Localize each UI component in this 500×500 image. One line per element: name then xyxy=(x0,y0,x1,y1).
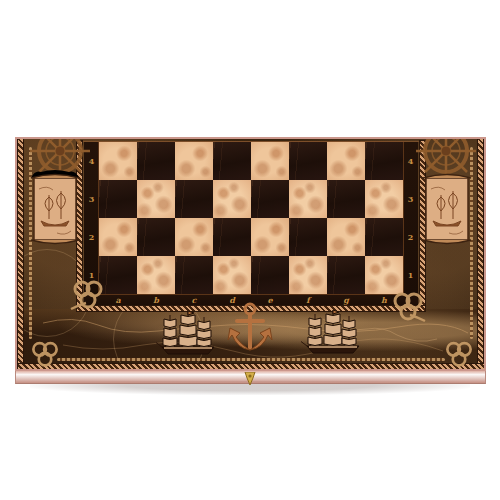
square-a3 xyxy=(99,180,137,218)
square-d3 xyxy=(213,180,251,218)
rope-knot-icon xyxy=(389,287,427,325)
tall-ship-icon xyxy=(301,306,365,356)
scroll-with-ship-icon xyxy=(421,169,473,249)
product-photo-scene: 4 3 2 1 4 3 2 1 a b c d e f g h xyxy=(0,0,500,500)
square-g1 xyxy=(327,256,365,294)
rope-knot-icon xyxy=(69,275,107,313)
edge-braid-bottom xyxy=(18,364,484,369)
square-h3 xyxy=(365,180,403,218)
square-a4 xyxy=(99,142,137,180)
square-g3 xyxy=(327,180,365,218)
square-d1 xyxy=(213,256,251,294)
brass-clasp-icon xyxy=(242,372,258,385)
anchor-icon xyxy=(227,302,273,362)
square-c2 xyxy=(175,218,213,256)
rope-knot-icon xyxy=(27,335,63,369)
square-h2 xyxy=(365,218,403,256)
square-d4 xyxy=(213,142,251,180)
rank-label: 2 xyxy=(403,218,418,256)
square-e1 xyxy=(251,256,289,294)
square-e2 xyxy=(251,218,289,256)
square-c1 xyxy=(175,256,213,294)
scroll-with-ship-icon xyxy=(29,169,81,249)
square-c4 xyxy=(175,142,213,180)
square-c3 xyxy=(175,180,213,218)
square-g4 xyxy=(327,142,365,180)
square-d2 xyxy=(213,218,251,256)
case-front-edge xyxy=(15,371,486,384)
chessboard-grid xyxy=(99,142,403,294)
board-trim xyxy=(83,141,419,142)
square-f4 xyxy=(289,142,327,180)
square-f1 xyxy=(289,256,327,294)
square-a2 xyxy=(99,218,137,256)
square-b3 xyxy=(137,180,175,218)
square-b4 xyxy=(137,142,175,180)
square-g2 xyxy=(327,218,365,256)
tall-ship-icon xyxy=(156,307,220,357)
square-f3 xyxy=(289,180,327,218)
square-f2 xyxy=(289,218,327,256)
rank-label: 2 xyxy=(84,218,99,256)
square-e4 xyxy=(251,142,289,180)
case-lid-top-face: 4 3 2 1 4 3 2 1 a b c d e f g h xyxy=(15,137,486,371)
square-b2 xyxy=(137,218,175,256)
square-h4 xyxy=(365,142,403,180)
square-b1 xyxy=(137,256,175,294)
square-e3 xyxy=(251,180,289,218)
rope-knot-icon xyxy=(441,335,477,369)
